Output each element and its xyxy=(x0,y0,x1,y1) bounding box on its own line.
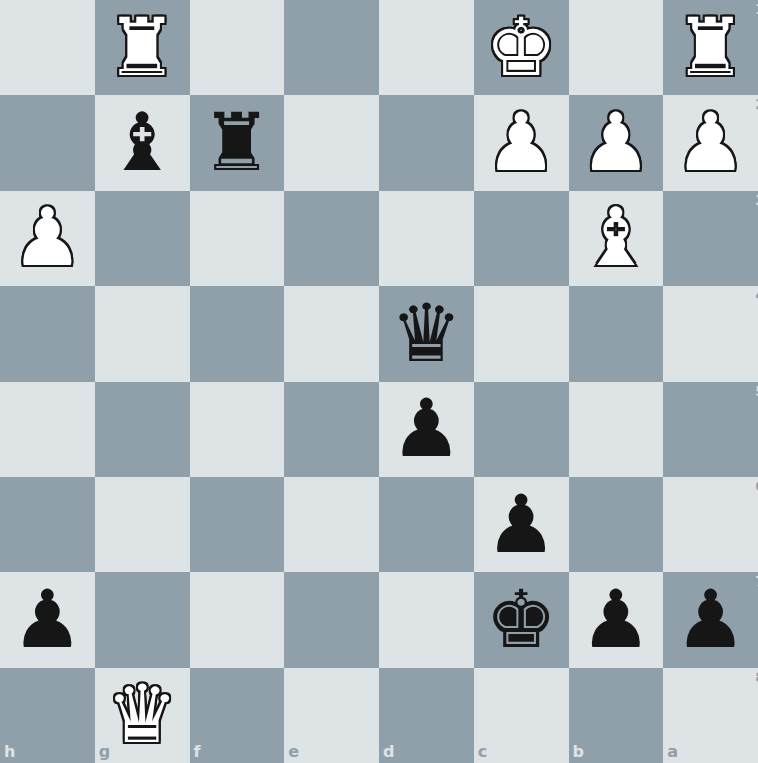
square-f6[interactable] xyxy=(190,477,285,572)
square-g7[interactable] xyxy=(95,572,190,667)
square-f4[interactable] xyxy=(190,286,285,381)
piece-black-queen[interactable]: ♛ xyxy=(391,294,463,374)
square-a4[interactable]: 4 xyxy=(663,286,758,381)
square-c4[interactable] xyxy=(474,286,569,381)
square-e7[interactable] xyxy=(284,572,379,667)
piece-fill: ♟ xyxy=(12,198,84,278)
square-e2[interactable] xyxy=(284,95,379,190)
square-b5[interactable] xyxy=(569,382,664,477)
square-h4[interactable] xyxy=(0,286,95,381)
square-d6[interactable] xyxy=(379,477,474,572)
piece-white-rook[interactable]: ♜♜ xyxy=(675,8,747,88)
square-b2[interactable]: ♟♟ xyxy=(569,95,664,190)
square-f3[interactable] xyxy=(190,191,285,286)
chess-board: ♜♜♚♚♜♜1♝♜♟♟♟♟♟♟2♟♟♝♝3♛4♟5♟6♟♚♟♟7h♛♛gfedc… xyxy=(0,0,758,763)
square-h3[interactable]: ♟♟ xyxy=(0,191,95,286)
square-e8[interactable]: e xyxy=(284,668,379,763)
square-h7[interactable]: ♟ xyxy=(0,572,95,667)
square-e4[interactable] xyxy=(284,286,379,381)
file-label-a: a xyxy=(667,744,678,760)
square-e6[interactable] xyxy=(284,477,379,572)
square-c2[interactable]: ♟♟ xyxy=(474,95,569,190)
square-d8[interactable]: d xyxy=(379,668,474,763)
piece-black-pawn[interactable]: ♟ xyxy=(675,580,747,660)
square-h1[interactable] xyxy=(0,0,95,95)
square-a2[interactable]: ♟♟2 xyxy=(663,95,758,190)
square-b4[interactable] xyxy=(569,286,664,381)
file-label-e: e xyxy=(288,744,299,760)
square-b1[interactable] xyxy=(569,0,664,95)
piece-fill: ♜ xyxy=(675,8,747,88)
square-f8[interactable]: f xyxy=(190,668,285,763)
piece-fill: ♛ xyxy=(106,675,178,755)
square-e5[interactable] xyxy=(284,382,379,477)
square-d7[interactable] xyxy=(379,572,474,667)
square-c6[interactable]: ♟ xyxy=(474,477,569,572)
square-a5[interactable]: 5 xyxy=(663,382,758,477)
square-a7[interactable]: ♟7 xyxy=(663,572,758,667)
square-c5[interactable] xyxy=(474,382,569,477)
square-b3[interactable]: ♝♝ xyxy=(569,191,664,286)
file-label-c: c xyxy=(478,744,487,760)
piece-black-pawn[interactable]: ♟ xyxy=(391,389,463,469)
piece-black-rook[interactable]: ♜ xyxy=(201,103,273,183)
square-c8[interactable]: c xyxy=(474,668,569,763)
file-label-f: f xyxy=(194,744,201,760)
piece-black-pawn[interactable]: ♟ xyxy=(580,580,652,660)
piece-fill: ♟ xyxy=(485,103,557,183)
piece-white-bishop[interactable]: ♝♝ xyxy=(580,198,652,278)
square-d4[interactable]: ♛ xyxy=(379,286,474,381)
square-d3[interactable] xyxy=(379,191,474,286)
square-e3[interactable] xyxy=(284,191,379,286)
file-label-b: b xyxy=(573,744,584,760)
square-d2[interactable] xyxy=(379,95,474,190)
square-h5[interactable] xyxy=(0,382,95,477)
square-d5[interactable]: ♟ xyxy=(379,382,474,477)
square-c1[interactable]: ♚♚ xyxy=(474,0,569,95)
piece-fill: ♟ xyxy=(675,103,747,183)
square-f5[interactable] xyxy=(190,382,285,477)
square-c3[interactable] xyxy=(474,191,569,286)
square-e1[interactable] xyxy=(284,0,379,95)
piece-white-pawn[interactable]: ♟♟ xyxy=(580,103,652,183)
square-g2[interactable]: ♝ xyxy=(95,95,190,190)
piece-fill: ♜ xyxy=(106,8,178,88)
square-g6[interactable] xyxy=(95,477,190,572)
piece-white-pawn[interactable]: ♟♟ xyxy=(675,103,747,183)
square-b7[interactable]: ♟ xyxy=(569,572,664,667)
piece-white-queen[interactable]: ♛♛ xyxy=(106,675,178,755)
square-g8[interactable]: ♛♛g xyxy=(95,668,190,763)
square-a8[interactable]: a8 xyxy=(663,668,758,763)
square-g5[interactable] xyxy=(95,382,190,477)
square-h2[interactable] xyxy=(0,95,95,190)
piece-white-king[interactable]: ♚♚ xyxy=(485,8,557,88)
piece-black-king[interactable]: ♚ xyxy=(485,580,557,660)
piece-white-pawn[interactable]: ♟♟ xyxy=(485,103,557,183)
file-label-d: d xyxy=(383,744,394,760)
square-f2[interactable]: ♜ xyxy=(190,95,285,190)
piece-white-rook[interactable]: ♜♜ xyxy=(106,8,178,88)
square-g1[interactable]: ♜♜ xyxy=(95,0,190,95)
file-label-h: h xyxy=(4,744,15,760)
piece-black-pawn[interactable]: ♟ xyxy=(485,485,557,565)
square-b8[interactable]: b xyxy=(569,668,664,763)
square-d1[interactable] xyxy=(379,0,474,95)
piece-fill: ♝ xyxy=(580,198,652,278)
piece-black-bishop[interactable]: ♝ xyxy=(106,103,178,183)
square-a1[interactable]: ♜♜1 xyxy=(663,0,758,95)
square-g3[interactable] xyxy=(95,191,190,286)
square-f7[interactable] xyxy=(190,572,285,667)
square-a3[interactable]: 3 xyxy=(663,191,758,286)
piece-white-pawn[interactable]: ♟♟ xyxy=(12,198,84,278)
square-h6[interactable] xyxy=(0,477,95,572)
square-b6[interactable] xyxy=(569,477,664,572)
square-a6[interactable]: 6 xyxy=(663,477,758,572)
piece-black-pawn[interactable]: ♟ xyxy=(12,580,84,660)
square-f1[interactable] xyxy=(190,0,285,95)
square-g4[interactable] xyxy=(95,286,190,381)
square-h8[interactable]: h xyxy=(0,668,95,763)
square-c7[interactable]: ♚ xyxy=(474,572,569,667)
piece-fill: ♟ xyxy=(580,103,652,183)
piece-fill: ♚ xyxy=(485,8,557,88)
